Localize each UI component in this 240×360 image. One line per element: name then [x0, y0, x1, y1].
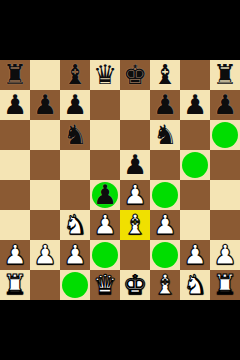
square-g3[interactable] [180, 210, 210, 240]
white-pawn-piece[interactable]: ♟ [210, 240, 240, 270]
square-a2[interactable]: ♟ [0, 240, 30, 270]
move-hint-circle-c1[interactable] [62, 272, 88, 298]
square-d7[interactable] [90, 90, 120, 120]
square-a5[interactable] [0, 150, 30, 180]
black-bishop-piece[interactable]: ♝ [150, 60, 180, 90]
square-c7[interactable]: ♟ [60, 90, 90, 120]
square-g8[interactable] [180, 60, 210, 90]
square-f2[interactable] [150, 240, 180, 270]
move-hint-circle-d2[interactable] [92, 242, 118, 268]
square-a6[interactable] [0, 120, 30, 150]
white-queen-piece[interactable]: ♛ [90, 270, 120, 300]
white-king-piece[interactable]: ♚ [120, 270, 150, 300]
square-f5[interactable] [150, 150, 180, 180]
square-h5[interactable] [210, 150, 240, 180]
square-f3[interactable]: ♟ [150, 210, 180, 240]
square-g5[interactable] [180, 150, 210, 180]
black-bishop-piece[interactable]: ♝ [60, 60, 90, 90]
chess-app-screen: ♜♝♛♚♝♜♟♟♟♟♟♟♞♞♟♟♟♞♟♝♟♟♟♟♟♟♜♛♚♝♞♜ [0, 0, 240, 360]
square-f8[interactable]: ♝ [150, 60, 180, 90]
square-d2[interactable] [90, 240, 120, 270]
square-c6[interactable]: ♞ [60, 120, 90, 150]
white-rook-piece[interactable]: ♜ [0, 270, 30, 300]
white-pawn-piece[interactable]: ♟ [150, 210, 180, 240]
square-d8[interactable]: ♛ [90, 60, 120, 90]
white-pawn-piece[interactable]: ♟ [30, 240, 60, 270]
square-d5[interactable] [90, 150, 120, 180]
square-h8[interactable]: ♜ [210, 60, 240, 90]
square-b8[interactable] [30, 60, 60, 90]
black-rook-piece[interactable]: ♜ [210, 60, 240, 90]
square-c1[interactable] [60, 270, 90, 300]
square-a8[interactable]: ♜ [0, 60, 30, 90]
black-pawn-piece[interactable]: ♟ [90, 180, 120, 210]
black-queen-piece[interactable]: ♛ [90, 60, 120, 90]
square-f4[interactable] [150, 180, 180, 210]
chess-board[interactable]: ♜♝♛♚♝♜♟♟♟♟♟♟♞♞♟♟♟♞♟♝♟♟♟♟♟♟♜♛♚♝♞♜ [0, 60, 240, 300]
move-hint-circle-h6[interactable] [212, 122, 238, 148]
white-bishop-piece[interactable]: ♝ [120, 210, 150, 240]
square-g7[interactable]: ♟ [180, 90, 210, 120]
square-b1[interactable] [30, 270, 60, 300]
move-hint-circle-g5[interactable] [182, 152, 208, 178]
square-a4[interactable] [0, 180, 30, 210]
black-king-piece[interactable]: ♚ [120, 60, 150, 90]
square-b7[interactable]: ♟ [30, 90, 60, 120]
square-e1[interactable]: ♚ [120, 270, 150, 300]
square-f7[interactable]: ♟ [150, 90, 180, 120]
square-c8[interactable]: ♝ [60, 60, 90, 90]
white-pawn-piece[interactable]: ♟ [120, 180, 150, 210]
square-b5[interactable] [30, 150, 60, 180]
square-e5[interactable]: ♟ [120, 150, 150, 180]
square-d6[interactable] [90, 120, 120, 150]
square-d1[interactable]: ♛ [90, 270, 120, 300]
square-g2[interactable]: ♟ [180, 240, 210, 270]
square-c3[interactable]: ♞ [60, 210, 90, 240]
square-b2[interactable]: ♟ [30, 240, 60, 270]
square-e2[interactable] [120, 240, 150, 270]
square-h3[interactable] [210, 210, 240, 240]
black-pawn-piece[interactable]: ♟ [30, 90, 60, 120]
white-pawn-piece[interactable]: ♟ [180, 240, 210, 270]
square-b3[interactable] [30, 210, 60, 240]
square-h2[interactable]: ♟ [210, 240, 240, 270]
black-knight-piece[interactable]: ♞ [150, 120, 180, 150]
move-hint-circle-f4[interactable] [152, 182, 178, 208]
white-rook-piece[interactable]: ♜ [210, 270, 240, 300]
square-c2[interactable]: ♟ [60, 240, 90, 270]
square-g1[interactable]: ♞ [180, 270, 210, 300]
bottom-black-band [0, 300, 240, 360]
square-b6[interactable] [30, 120, 60, 150]
square-a3[interactable] [0, 210, 30, 240]
square-b4[interactable] [30, 180, 60, 210]
black-pawn-piece[interactable]: ♟ [150, 90, 180, 120]
black-pawn-piece[interactable]: ♟ [180, 90, 210, 120]
black-pawn-piece[interactable]: ♟ [120, 150, 150, 180]
square-e6[interactable] [120, 120, 150, 150]
move-hint-circle-f2[interactable] [152, 242, 178, 268]
square-d4[interactable]: ♟ [90, 180, 120, 210]
square-g6[interactable] [180, 120, 210, 150]
square-h1[interactable]: ♜ [210, 270, 240, 300]
black-knight-piece[interactable]: ♞ [60, 120, 90, 150]
black-pawn-piece[interactable]: ♟ [60, 90, 90, 120]
square-c4[interactable] [60, 180, 90, 210]
white-knight-piece[interactable]: ♞ [180, 270, 210, 300]
top-black-band [0, 0, 240, 60]
square-f1[interactable]: ♝ [150, 270, 180, 300]
white-pawn-piece[interactable]: ♟ [90, 210, 120, 240]
square-h4[interactable] [210, 180, 240, 210]
square-a1[interactable]: ♜ [0, 270, 30, 300]
square-e4[interactable]: ♟ [120, 180, 150, 210]
black-rook-piece[interactable]: ♜ [0, 60, 30, 90]
square-h7[interactable]: ♟ [210, 90, 240, 120]
white-knight-piece[interactable]: ♞ [60, 210, 90, 240]
square-f6[interactable]: ♞ [150, 120, 180, 150]
square-e7[interactable] [120, 90, 150, 120]
square-d3[interactable]: ♟ [90, 210, 120, 240]
square-g4[interactable] [180, 180, 210, 210]
square-e8[interactable]: ♚ [120, 60, 150, 90]
white-bishop-piece[interactable]: ♝ [150, 270, 180, 300]
square-e3[interactable]: ♝ [120, 210, 150, 240]
black-pawn-piece[interactable]: ♟ [210, 90, 240, 120]
square-h6[interactable] [210, 120, 240, 150]
square-c5[interactable] [60, 150, 90, 180]
white-pawn-piece[interactable]: ♟ [60, 240, 90, 270]
square-a7[interactable]: ♟ [0, 90, 30, 120]
white-pawn-piece[interactable]: ♟ [0, 240, 30, 270]
black-pawn-piece[interactable]: ♟ [0, 90, 30, 120]
